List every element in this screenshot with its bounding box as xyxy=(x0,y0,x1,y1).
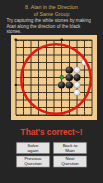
instructions-line: stones. xyxy=(7,29,102,34)
board-point[interactable] xyxy=(88,74,96,82)
board-point[interactable] xyxy=(88,89,96,97)
board-point[interactable] xyxy=(50,111,58,119)
board-point[interactable] xyxy=(73,36,81,44)
board-point[interactable] xyxy=(20,59,28,67)
board-point[interactable] xyxy=(27,96,35,104)
board-point[interactable] xyxy=(12,44,20,52)
puzzle-title: 8. Atari in the Direction of Same Group xyxy=(0,4,103,17)
board-point[interactable] xyxy=(88,111,96,119)
board-point[interactable] xyxy=(88,36,96,44)
board-point[interactable] xyxy=(35,81,43,89)
board-point[interactable] xyxy=(27,74,35,82)
board-point[interactable] xyxy=(50,89,58,97)
board-point[interactable] xyxy=(65,36,73,44)
board-point[interactable] xyxy=(27,44,35,52)
board-point[interactable] xyxy=(65,89,73,97)
board-point[interactable] xyxy=(65,81,73,89)
board-point[interactable] xyxy=(27,51,35,59)
board-point[interactable] xyxy=(81,66,89,74)
board-point[interactable] xyxy=(58,111,66,119)
board-point[interactable] xyxy=(20,51,28,59)
black-stone xyxy=(58,81,65,88)
board-point[interactable] xyxy=(81,81,89,89)
board-point[interactable] xyxy=(20,36,28,44)
board-point[interactable] xyxy=(43,36,51,44)
board-point[interactable] xyxy=(88,104,96,112)
board-point[interactable] xyxy=(88,81,96,89)
board-point[interactable] xyxy=(73,44,81,52)
board-point[interactable] xyxy=(43,89,51,97)
board-point[interactable] xyxy=(58,74,66,82)
result-message: That's correct~! xyxy=(0,128,103,138)
white-stone xyxy=(73,89,80,96)
board-point[interactable] xyxy=(50,74,58,82)
board-point[interactable] xyxy=(58,96,66,104)
board-point[interactable] xyxy=(12,74,20,82)
board-point[interactable] xyxy=(73,74,81,82)
solve-again-button-label-line2: again xyxy=(28,148,39,153)
go-board-grid xyxy=(12,36,96,119)
board-point[interactable] xyxy=(43,81,51,89)
solve-again-button[interactable]: Solve again xyxy=(16,142,50,154)
board-point[interactable] xyxy=(81,36,89,44)
board-point[interactable] xyxy=(43,51,51,59)
board-point[interactable] xyxy=(20,81,28,89)
board-point[interactable] xyxy=(50,44,58,52)
board-point[interactable] xyxy=(12,59,20,67)
go-board xyxy=(11,35,97,120)
board-point[interactable] xyxy=(73,81,81,89)
board-point[interactable] xyxy=(27,81,35,89)
board-point[interactable] xyxy=(65,96,73,104)
board-point[interactable] xyxy=(35,66,43,74)
board-point[interactable] xyxy=(73,96,81,104)
board-point[interactable] xyxy=(88,59,96,67)
board-point[interactable] xyxy=(73,104,81,112)
board-point[interactable] xyxy=(65,104,73,112)
board-point[interactable] xyxy=(12,81,20,89)
board-point[interactable] xyxy=(81,104,89,112)
board-point[interactable] xyxy=(81,44,89,52)
board-point[interactable] xyxy=(73,59,81,67)
white-stone xyxy=(73,66,80,73)
board-point[interactable] xyxy=(81,74,89,82)
puzzle-title-line2: of Same Group xyxy=(0,10,103,16)
board-point[interactable] xyxy=(12,51,20,59)
board-point[interactable] xyxy=(73,89,81,97)
board-point[interactable] xyxy=(35,96,43,104)
board-point[interactable] xyxy=(43,96,51,104)
white-stone xyxy=(73,81,80,88)
board-point[interactable] xyxy=(58,104,66,112)
board-point[interactable] xyxy=(58,51,66,59)
board-point[interactable] xyxy=(20,111,28,119)
board-point[interactable] xyxy=(43,59,51,67)
board-point[interactable] xyxy=(50,96,58,104)
board-point[interactable] xyxy=(43,66,51,74)
black-stone xyxy=(66,74,73,81)
board-point[interactable] xyxy=(73,66,81,74)
board-point[interactable] xyxy=(43,111,51,119)
board-point[interactable] xyxy=(20,66,28,74)
black-stone xyxy=(73,74,80,81)
board-point[interactable] xyxy=(27,59,35,67)
board-point[interactable] xyxy=(43,104,51,112)
board-point[interactable] xyxy=(35,36,43,44)
board-point[interactable] xyxy=(88,66,96,74)
board-point[interactable] xyxy=(43,74,51,82)
back-to-main-button[interactable]: Back to Main xyxy=(53,142,87,154)
board-point[interactable] xyxy=(35,51,43,59)
board-point[interactable] xyxy=(50,59,58,67)
board-point[interactable] xyxy=(12,111,20,119)
board-point[interactable] xyxy=(58,66,66,74)
board-point[interactable] xyxy=(50,51,58,59)
board-point[interactable] xyxy=(50,81,58,89)
puzzle-instructions: Try capturing the white stones by making… xyxy=(7,18,102,34)
board-point[interactable] xyxy=(20,96,28,104)
board-point[interactable] xyxy=(65,59,73,67)
board-point[interactable] xyxy=(20,89,28,97)
hoshi-star-point xyxy=(15,39,17,41)
board-point[interactable] xyxy=(88,51,96,59)
board-point[interactable] xyxy=(65,44,73,52)
black-stone xyxy=(66,81,73,88)
next-question-button[interactable]: Next Question xyxy=(53,156,87,168)
board-point[interactable] xyxy=(20,44,28,52)
next-question-button-label-line2: Question xyxy=(61,162,79,167)
board-point[interactable] xyxy=(58,81,66,89)
board-point[interactable] xyxy=(12,104,20,112)
previous-question-button[interactable]: Previous Question xyxy=(16,156,50,168)
board-point[interactable] xyxy=(12,89,20,97)
board-point[interactable] xyxy=(27,104,35,112)
board-point[interactable] xyxy=(35,59,43,67)
black-stone xyxy=(66,66,73,73)
board-point[interactable] xyxy=(35,104,43,112)
board-point[interactable] xyxy=(88,96,96,104)
app-root: 8. Atari in the Direction of Same Group … xyxy=(0,0,103,183)
board-point[interactable] xyxy=(27,66,35,74)
board-point[interactable] xyxy=(81,51,89,59)
board-point[interactable] xyxy=(65,74,73,82)
board-point[interactable] xyxy=(58,89,66,97)
hoshi-star-point xyxy=(15,84,17,86)
board-point[interactable] xyxy=(35,111,43,119)
board-point[interactable] xyxy=(65,111,73,119)
board-point[interactable] xyxy=(20,104,28,112)
board-point[interactable] xyxy=(35,89,43,97)
previous-question-button-label-line2: Question xyxy=(24,162,42,167)
board-point[interactable] xyxy=(20,74,28,82)
board-point[interactable] xyxy=(73,111,81,119)
board-point[interactable] xyxy=(43,44,51,52)
board-point[interactable] xyxy=(12,96,20,104)
board-point[interactable] xyxy=(58,36,66,44)
board-point[interactable] xyxy=(73,51,81,59)
correct-move-marker xyxy=(59,75,64,80)
board-point[interactable] xyxy=(81,59,89,67)
board-point[interactable] xyxy=(27,89,35,97)
board-point[interactable] xyxy=(81,89,89,97)
board-point[interactable] xyxy=(12,36,20,44)
board-point[interactable] xyxy=(81,111,89,119)
hoshi-star-point xyxy=(60,39,62,41)
board-point[interactable] xyxy=(65,66,73,74)
back-to-main-button-label-line2: Main xyxy=(65,148,75,153)
board-point[interactable] xyxy=(58,44,66,52)
board-point[interactable] xyxy=(35,74,43,82)
board-point[interactable] xyxy=(81,96,89,104)
board-point[interactable] xyxy=(50,66,58,74)
board-point[interactable] xyxy=(50,104,58,112)
board-point[interactable] xyxy=(88,44,96,52)
navigation-buttons: Solve again Back to Main Previous Questi… xyxy=(16,142,87,168)
board-point[interactable] xyxy=(12,66,20,74)
board-point[interactable] xyxy=(35,44,43,52)
white-stone xyxy=(81,59,88,66)
board-point[interactable] xyxy=(50,36,58,44)
board-point[interactable] xyxy=(27,111,35,119)
board-point[interactable] xyxy=(27,36,35,44)
board-point[interactable] xyxy=(65,51,73,59)
board-point[interactable] xyxy=(58,59,66,67)
